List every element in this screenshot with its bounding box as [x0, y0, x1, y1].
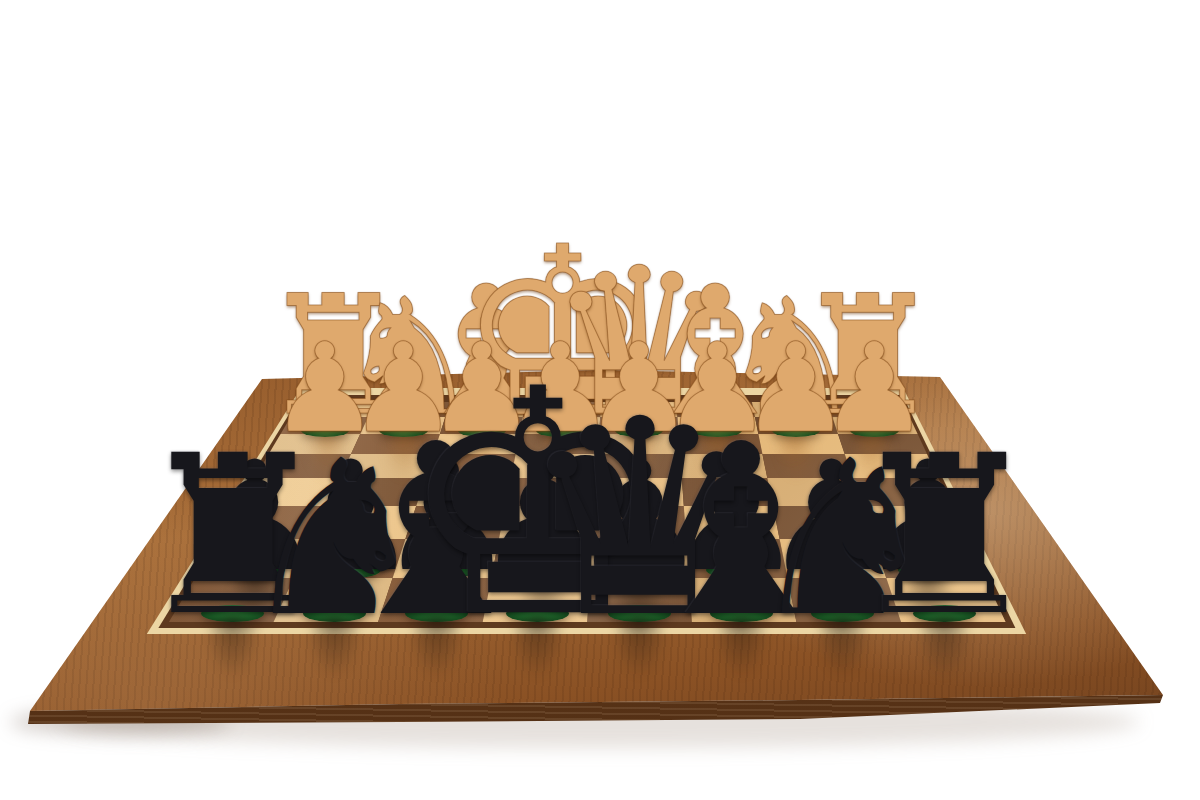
chess-set-product-photo: ♜♞♝♚♛♝♞♜♟♟♟♟♟♟♟♟♟♟♟♟♟♟♟♟♜♞♝♚♛♝♞♜: [0, 0, 1200, 800]
piece-black-rook: ♜: [846, 427, 1043, 647]
pieces-layer: ♜♞♝♚♛♝♞♜♟♟♟♟♟♟♟♟♟♟♟♟♟♟♟♟♜♞♝♚♛♝♞♜: [0, 0, 1200, 800]
